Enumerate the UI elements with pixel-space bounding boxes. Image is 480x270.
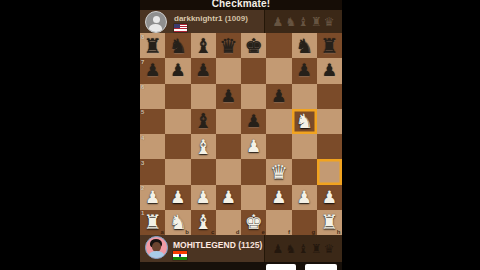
black-bishop[interactable]: ♝ bbox=[194, 36, 212, 56]
black-pawn[interactable]: ♟ bbox=[297, 62, 312, 79]
square-f3[interactable]: ♛ bbox=[266, 159, 291, 184]
square-b5[interactable] bbox=[165, 109, 190, 134]
rank-label-3: 3 bbox=[141, 160, 144, 166]
square-a3[interactable]: 3 bbox=[140, 159, 165, 184]
white-knight[interactable]: ♞ bbox=[295, 111, 313, 131]
square-e8[interactable]: ♚ bbox=[241, 33, 266, 58]
file-label-f: f bbox=[288, 229, 290, 235]
square-b3[interactable] bbox=[165, 159, 190, 184]
black-pawn[interactable]: ♟ bbox=[145, 62, 160, 79]
square-b4[interactable] bbox=[165, 134, 190, 159]
square-c2[interactable]: ♟ bbox=[191, 185, 216, 210]
file-label-a: a bbox=[160, 229, 163, 235]
opponent-avatar bbox=[145, 11, 167, 33]
white-pawn[interactable]: ♟ bbox=[297, 189, 312, 206]
rank-label-7: 7 bbox=[141, 59, 144, 65]
square-h5[interactable] bbox=[317, 109, 342, 134]
rank-label-2: 2 bbox=[141, 185, 144, 191]
black-rook[interactable]: ♜ bbox=[144, 36, 162, 56]
square-h3[interactable] bbox=[317, 159, 342, 184]
square-h6[interactable] bbox=[317, 84, 342, 109]
square-h2[interactable]: ♟ bbox=[317, 185, 342, 210]
square-c6[interactable] bbox=[191, 84, 216, 109]
player-rating: (1125) bbox=[238, 240, 262, 250]
white-bishop[interactable]: ♝ bbox=[194, 137, 212, 157]
square-g4[interactable] bbox=[292, 134, 317, 159]
ghost-bishop-icon: ♝ bbox=[298, 16, 309, 28]
black-pawn[interactable]: ♟ bbox=[170, 62, 185, 79]
white-knight[interactable]: ♞ bbox=[169, 212, 187, 232]
white-pawn[interactable]: ♟ bbox=[170, 189, 185, 206]
white-bishop[interactable]: ♝ bbox=[194, 212, 212, 232]
square-a5[interactable]: 5 bbox=[140, 109, 165, 134]
black-pawn[interactable]: ♟ bbox=[221, 88, 236, 105]
square-h4[interactable] bbox=[317, 134, 342, 159]
square-c3[interactable] bbox=[191, 159, 216, 184]
file-label-g: g bbox=[312, 229, 316, 235]
square-e1[interactable]: e♚ bbox=[241, 210, 266, 235]
status-banner-text: Checkmate! bbox=[140, 0, 342, 10]
square-f5[interactable] bbox=[266, 109, 291, 134]
black-pawn[interactable]: ♟ bbox=[196, 62, 211, 79]
white-pawn[interactable]: ♟ bbox=[221, 189, 236, 206]
square-g1[interactable]: g bbox=[292, 210, 317, 235]
black-pawn[interactable]: ♟ bbox=[271, 88, 286, 105]
square-a2[interactable]: 2♟ bbox=[140, 185, 165, 210]
captured-by-opponent-tray: ♟♞♝♜♛ bbox=[264, 10, 342, 33]
square-d8[interactable]: ♛ bbox=[216, 33, 241, 58]
status-banner: Checkmate! bbox=[140, 0, 342, 10]
square-d4[interactable] bbox=[216, 134, 241, 159]
square-h8[interactable]: ♜ bbox=[317, 33, 342, 58]
square-b6[interactable] bbox=[165, 84, 190, 109]
square-g6[interactable] bbox=[292, 84, 317, 109]
rank-label-8: 8 bbox=[141, 34, 144, 40]
square-a1[interactable]: 1a♜ bbox=[140, 210, 165, 235]
square-b1[interactable]: b♞ bbox=[165, 210, 190, 235]
black-bishop[interactable]: ♝ bbox=[194, 111, 212, 131]
us-flag-icon bbox=[174, 24, 187, 32]
square-e4[interactable]: ♟ bbox=[241, 134, 266, 159]
person-icon bbox=[153, 16, 160, 23]
square-f6[interactable]: ♟ bbox=[266, 84, 291, 109]
square-a6[interactable]: 6 bbox=[140, 84, 165, 109]
white-rook[interactable]: ♜ bbox=[144, 212, 162, 232]
opponent-rating: (1009) bbox=[225, 14, 248, 23]
square-d3[interactable] bbox=[216, 159, 241, 184]
white-pawn[interactable]: ♟ bbox=[196, 189, 211, 206]
square-b7[interactable]: ♟ bbox=[165, 58, 190, 83]
square-f2[interactable]: ♟ bbox=[266, 185, 291, 210]
white-pawn[interactable]: ♟ bbox=[145, 189, 160, 206]
square-g7[interactable]: ♟ bbox=[292, 58, 317, 83]
black-knight[interactable]: ♞ bbox=[295, 36, 313, 56]
square-g8[interactable]: ♞ bbox=[292, 33, 317, 58]
square-g3[interactable] bbox=[292, 159, 317, 184]
square-e6[interactable] bbox=[241, 84, 266, 109]
square-a8[interactable]: 8♜ bbox=[140, 33, 165, 58]
india-flag-icon bbox=[173, 251, 187, 260]
ghost-queen-icon: ♛ bbox=[324, 243, 335, 255]
rank-label-5: 5 bbox=[141, 109, 144, 115]
square-b2[interactable]: ♟ bbox=[165, 185, 190, 210]
ghost-bishop-icon: ♝ bbox=[298, 243, 309, 255]
opponent-player-bar: darkknightr1 (1009) ♟♞♝♜♛ bbox=[140, 10, 342, 33]
square-d2[interactable]: ♟ bbox=[216, 185, 241, 210]
rank-label-4: 4 bbox=[141, 135, 144, 141]
white-king[interactable]: ♚ bbox=[245, 212, 263, 232]
chess-board: 8♜♞♝♛♚♞♜7♟♟♟♟♟6♟♟5♝♟♞4♝♟3♛2♟♟♟♟♟♟♟1a♜b♞c… bbox=[140, 33, 342, 235]
square-g2[interactable]: ♟ bbox=[292, 185, 317, 210]
file-label-d: d bbox=[236, 229, 240, 235]
square-e3[interactable] bbox=[241, 159, 266, 184]
square-c7[interactable]: ♟ bbox=[191, 58, 216, 83]
chess-app: Checkmate! darkknightr1 (1009) ♟♞♝♜♛ 8♜♞… bbox=[140, 0, 342, 270]
square-f7[interactable] bbox=[266, 58, 291, 83]
file-label-b: b bbox=[185, 229, 189, 235]
ghost-queen-icon: ♛ bbox=[324, 16, 335, 28]
black-knight[interactable]: ♞ bbox=[169, 36, 187, 56]
square-c1[interactable]: c♝ bbox=[191, 210, 216, 235]
square-f1[interactable]: f bbox=[266, 210, 291, 235]
square-e7[interactable] bbox=[241, 58, 266, 83]
square-b8[interactable]: ♞ bbox=[165, 33, 190, 58]
black-king[interactable]: ♚ bbox=[245, 36, 263, 56]
file-label-e: e bbox=[261, 229, 264, 235]
rank-label-1: 1 bbox=[141, 210, 144, 216]
square-f8[interactable] bbox=[266, 33, 291, 58]
ghost-rook-icon: ♜ bbox=[311, 243, 322, 255]
file-label-h: h bbox=[337, 229, 341, 235]
ghost-pawn-icon: ♟ bbox=[273, 243, 284, 255]
ghost-rook-icon: ♜ bbox=[311, 16, 322, 28]
square-e5[interactable]: ♟ bbox=[241, 109, 266, 134]
square-c5[interactable]: ♝ bbox=[191, 109, 216, 134]
captured-by-player-tray: ♟♞♝♜♛ bbox=[264, 235, 342, 262]
square-d6[interactable]: ♟ bbox=[216, 84, 241, 109]
white-pawn[interactable]: ♟ bbox=[322, 189, 337, 206]
white-queen[interactable]: ♛ bbox=[270, 162, 288, 182]
bottom-button-2[interactable] bbox=[305, 264, 337, 270]
square-c4[interactable]: ♝ bbox=[191, 134, 216, 159]
square-d7[interactable] bbox=[216, 58, 241, 83]
square-d1[interactable]: d bbox=[216, 210, 241, 235]
square-f4[interactable] bbox=[266, 134, 291, 159]
ghost-knight-icon: ♞ bbox=[285, 243, 296, 255]
black-pawn[interactable]: ♟ bbox=[322, 62, 337, 79]
square-h7[interactable]: ♟ bbox=[317, 58, 342, 83]
ghost-knight-icon: ♞ bbox=[285, 16, 296, 28]
ghost-pawn-icon: ♟ bbox=[273, 16, 284, 28]
file-label-c: c bbox=[211, 229, 214, 235]
square-a4[interactable]: 4 bbox=[140, 134, 165, 159]
square-d5[interactable] bbox=[216, 109, 241, 134]
bottom-toolbar bbox=[140, 262, 342, 270]
black-queen[interactable]: ♛ bbox=[219, 36, 237, 56]
player-name: MOHITLEGEND (1125) bbox=[173, 240, 262, 250]
square-h1[interactable]: h♜ bbox=[317, 210, 342, 235]
square-g5[interactable]: ♞ bbox=[292, 109, 317, 134]
square-c8[interactable]: ♝ bbox=[191, 33, 216, 58]
white-pawn[interactable]: ♟ bbox=[271, 189, 286, 206]
white-rook[interactable]: ♜ bbox=[320, 212, 338, 232]
black-rook[interactable]: ♜ bbox=[320, 36, 338, 56]
rank-label-6: 6 bbox=[141, 84, 144, 90]
white-pawn[interactable]: ♟ bbox=[246, 138, 261, 155]
opponent-name: darkknightr1 (1009) bbox=[174, 14, 248, 23]
bottom-button-1[interactable] bbox=[266, 264, 296, 270]
player-bar: MOHITLEGEND (1125) ♟♞♝♜♛ bbox=[140, 235, 342, 262]
square-e2[interactable] bbox=[241, 185, 266, 210]
square-a7[interactable]: 7♟ bbox=[140, 58, 165, 83]
black-pawn[interactable]: ♟ bbox=[246, 113, 261, 130]
player-avatar bbox=[145, 236, 168, 259]
